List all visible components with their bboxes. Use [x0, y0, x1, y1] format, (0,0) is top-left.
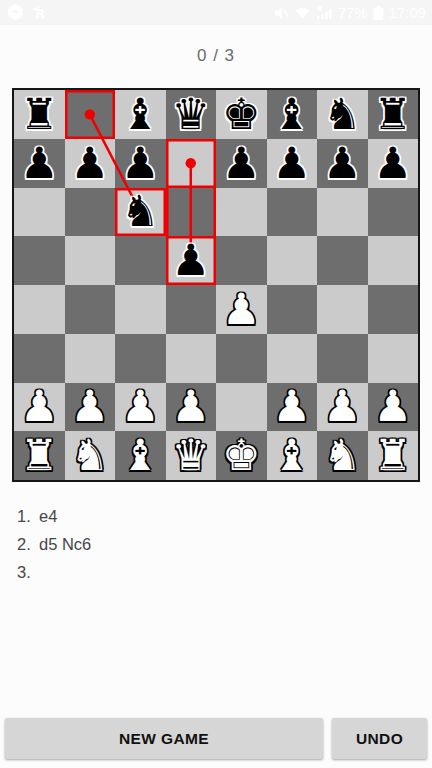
square-d5[interactable]: ♟	[166, 236, 217, 285]
roaming-r: R	[317, 5, 323, 13]
square-e4[interactable]: ♟	[216, 285, 267, 334]
black-knight: ♞	[115, 188, 166, 237]
status-bar: R R 77%	[0, 0, 432, 25]
square-a4[interactable]	[14, 285, 65, 334]
white-pawn: ♟	[14, 383, 65, 432]
move-row-3: 3.	[17, 558, 417, 586]
square-g7[interactable]: ♟	[317, 139, 368, 188]
square-c8[interactable]: ♝	[115, 90, 166, 139]
square-h4[interactable]	[368, 285, 419, 334]
square-f5[interactable]	[267, 236, 318, 285]
square-a5[interactable]	[14, 236, 65, 285]
black-pawn: ♟	[216, 139, 267, 188]
wifi-icon	[294, 5, 311, 20]
white-queen: ♛	[166, 431, 217, 480]
black-pawn: ♟	[368, 139, 419, 188]
square-a2[interactable]: ♟	[14, 383, 65, 432]
notification-icons: R	[0, 4, 47, 21]
square-e6[interactable]	[216, 188, 267, 237]
square-g8[interactable]: ♞	[317, 90, 368, 139]
square-f8[interactable]: ♝	[267, 90, 318, 139]
white-pawn: ♟	[65, 383, 116, 432]
move-number: 1.	[17, 502, 39, 530]
square-h2[interactable]: ♟	[368, 383, 419, 432]
battery-percent: 77%	[338, 5, 368, 21]
move-text: e4	[39, 502, 57, 530]
white-pawn: ♟	[166, 383, 217, 432]
square-d8[interactable]: ♛	[166, 90, 217, 139]
black-king: ♚	[216, 90, 267, 139]
cell-signal-icon: R	[316, 4, 333, 21]
black-pawn: ♟	[115, 139, 166, 188]
chess-board: ♜♝♛♚♝♞♜♟♟♟♟♟♟♟♞♟♟♟♟♟♟♟♟♟♜♞♝♛♚♝♞♜	[12, 88, 420, 482]
undo-button[interactable]: UNDO	[332, 718, 427, 759]
square-f6[interactable]	[267, 188, 318, 237]
square-b2[interactable]: ♟	[65, 383, 116, 432]
square-b3[interactable]	[65, 334, 116, 383]
square-b5[interactable]	[65, 236, 116, 285]
messenger-icon	[7, 4, 24, 21]
square-b1[interactable]: ♞	[65, 431, 116, 480]
square-b6[interactable]	[65, 188, 116, 237]
white-knight: ♞	[317, 431, 368, 480]
white-rook: ♜	[14, 431, 65, 480]
square-e5[interactable]	[216, 236, 267, 285]
black-pawn: ♟	[166, 236, 217, 285]
square-e2[interactable]	[216, 383, 267, 432]
new-game-button[interactable]: NEW GAME	[5, 718, 323, 759]
square-f2[interactable]: ♟	[267, 383, 318, 432]
square-d7[interactable]	[166, 139, 217, 188]
white-pawn: ♟	[267, 383, 318, 432]
clock: 17:09	[389, 5, 426, 21]
square-g6[interactable]	[317, 188, 368, 237]
black-pawn: ♟	[65, 139, 116, 188]
white-pawn: ♟	[115, 383, 166, 432]
square-d6[interactable]	[166, 188, 217, 237]
white-pawn: ♟	[216, 285, 267, 334]
square-a7[interactable]: ♟	[14, 139, 65, 188]
black-pawn: ♟	[267, 139, 318, 188]
black-pawn: ♟	[317, 139, 368, 188]
square-d4[interactable]	[166, 285, 217, 334]
square-c3[interactable]	[115, 334, 166, 383]
square-g3[interactable]	[317, 334, 368, 383]
white-bishop: ♝	[267, 431, 318, 480]
black-bishop: ♝	[115, 90, 166, 139]
mute-icon	[273, 5, 289, 21]
move-list: 1.e42.d5 Nc63.	[17, 502, 417, 586]
square-c4[interactable]	[115, 285, 166, 334]
black-queen: ♛	[166, 90, 217, 139]
square-f7[interactable]: ♟	[267, 139, 318, 188]
white-knight: ♞	[65, 431, 116, 480]
move-number: 2.	[17, 530, 39, 558]
square-c2[interactable]: ♟	[115, 383, 166, 432]
move-number: 3.	[17, 558, 39, 586]
square-d1[interactable]: ♛	[166, 431, 217, 480]
white-king: ♚	[216, 431, 267, 480]
square-a3[interactable]	[14, 334, 65, 383]
white-bishop: ♝	[115, 431, 166, 480]
white-rook: ♜	[368, 431, 419, 480]
square-d3[interactable]	[166, 334, 217, 383]
square-f1[interactable]: ♝	[267, 431, 318, 480]
square-h1[interactable]: ♜	[368, 431, 419, 480]
square-b4[interactable]	[65, 285, 116, 334]
square-h7[interactable]: ♟	[368, 139, 419, 188]
square-h5[interactable]	[368, 236, 419, 285]
black-rook: ♜	[14, 90, 65, 139]
white-pawn: ♟	[368, 383, 419, 432]
square-g2[interactable]: ♟	[317, 383, 368, 432]
square-b8[interactable]	[65, 90, 116, 139]
square-e7[interactable]: ♟	[216, 139, 267, 188]
square-h8[interactable]: ♜	[368, 90, 419, 139]
move-row-1: 1.e4	[17, 502, 417, 530]
square-h3[interactable]	[368, 334, 419, 383]
square-c5[interactable]	[115, 236, 166, 285]
r-app-notification-icon: R	[31, 4, 47, 21]
square-a8[interactable]: ♜	[14, 90, 65, 139]
square-e3[interactable]	[216, 334, 267, 383]
move-text: d5 Nc6	[39, 530, 91, 558]
square-g5[interactable]	[317, 236, 368, 285]
black-rook: ♜	[368, 90, 419, 139]
square-g4[interactable]	[317, 285, 368, 334]
move-row-2: 2.d5 Nc6	[17, 530, 417, 558]
battery-icon	[373, 5, 384, 21]
board-grid: ♜♝♛♚♝♞♜♟♟♟♟♟♟♟♞♟♟♟♟♟♟♟♟♟♜♞♝♛♚♝♞♜	[14, 90, 418, 480]
square-d2[interactable]: ♟	[166, 383, 217, 432]
black-bishop: ♝	[267, 90, 318, 139]
square-c7[interactable]: ♟	[115, 139, 166, 188]
square-e8[interactable]: ♚	[216, 90, 267, 139]
square-f4[interactable]	[267, 285, 318, 334]
square-c1[interactable]: ♝	[115, 431, 166, 480]
square-a1[interactable]: ♜	[14, 431, 65, 480]
black-pawn: ♟	[14, 139, 65, 188]
move-counter: 0 / 3	[0, 46, 432, 66]
square-f3[interactable]	[267, 334, 318, 383]
square-b7[interactable]: ♟	[65, 139, 116, 188]
square-e1[interactable]: ♚	[216, 431, 267, 480]
black-knight: ♞	[317, 90, 368, 139]
white-pawn: ♟	[317, 383, 368, 432]
square-g1[interactable]: ♞	[317, 431, 368, 480]
square-a6[interactable]	[14, 188, 65, 237]
square-h6[interactable]	[368, 188, 419, 237]
square-c6[interactable]: ♞	[115, 188, 166, 237]
